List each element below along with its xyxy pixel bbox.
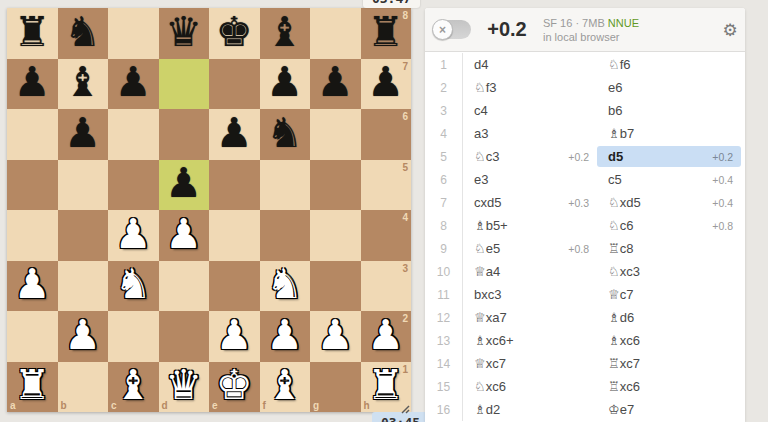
black-queen[interactable]: ♛ [165,12,202,53]
white-move-6[interactable]: e3 [463,169,597,190]
file-label-f: f [263,400,266,411]
square-f8[interactable]: ♝ [260,8,311,59]
move-number: 1 [425,53,463,76]
white-move-5[interactable]: ♘c3+0.2 [463,146,597,167]
file-label-e: e [212,400,218,411]
black-move-13[interactable]: ♗xc6 [597,330,741,351]
square-b3[interactable] [58,261,109,312]
move-eval: +0.4 [712,174,733,186]
black-rook[interactable]: ♜ [367,12,404,53]
black-rook[interactable]: ♜ [14,12,51,53]
square-c3[interactable]: ♞ [108,261,159,312]
move-number: 8 [425,214,463,237]
black-move-2[interactable]: e6 [597,77,741,98]
white-move-4[interactable]: a3 [463,123,597,144]
white-move-3[interactable]: c4 [463,100,597,121]
white-bishop[interactable]: ♝ [115,365,152,406]
square-b2[interactable]: ♟ [58,311,109,362]
move-number: 9 [425,237,463,260]
square-c7[interactable]: ♟ [108,59,159,110]
move-number: 6 [425,168,463,191]
white-move-16[interactable]: ♗d2 [463,399,597,420]
black-knight[interactable]: ♞ [266,113,303,154]
move-row-6: 6e3c5+0.4 [425,168,745,191]
square-a2[interactable] [7,311,58,362]
square-a6[interactable] [7,109,58,160]
move-text: ♖xc7 [608,356,640,371]
square-g3[interactable] [310,261,361,312]
move-text: ♘c6 [608,218,633,233]
engine-info: SF 16 · 7MB NNUE in local browser [543,16,715,44]
move-number: 7 [425,191,463,214]
move-number: 5 [425,145,463,168]
square-e3[interactable] [209,261,260,312]
square-d5[interactable]: ♟ [159,160,210,211]
move-list: 1d4♘f62♘f3e63c4b64a3♗b75♘c3+0.2d5+0.26e3… [425,53,745,422]
square-b8[interactable]: ♞ [58,8,109,59]
engine-toggle-knob[interactable]: × [432,19,453,40]
black-move-11[interactable]: ♕c7 [597,284,741,305]
move-text: ♕xa7 [474,310,507,325]
evaluation-score: +0.2 [471,18,543,41]
white-move-7[interactable]: cxd5+0.3 [463,192,597,213]
file-label-g: g [313,400,319,411]
square-a7[interactable]: ♟ [7,59,58,110]
square-f2[interactable]: ♟ [260,311,311,362]
white-move-15[interactable]: ♘xc6 [463,376,597,397]
black-move-14[interactable]: ♖xc7 [597,353,741,374]
move-row-12: 12♕xa7♗d6 [425,306,745,329]
black-move-5[interactable]: d5+0.2 [597,146,741,167]
move-row-2: 2♘f3e6 [425,76,745,99]
white-pawn[interactable]: ♟ [216,315,253,356]
engine-location: in local browser [543,30,715,44]
square-g2[interactable]: ♟ [310,311,361,362]
square-d3[interactable] [159,261,210,312]
black-pawn[interactable]: ♟ [14,62,51,103]
rank-label-4: 4 [402,212,408,223]
black-bishop[interactable]: ♝ [64,62,101,103]
move-text: ♘xc3 [608,264,640,279]
move-number: 13 [425,329,463,352]
black-move-7[interactable]: ♘xd5+0.4 [597,192,741,213]
square-c8[interactable] [108,8,159,59]
black-pawn[interactable]: ♟ [317,62,354,103]
rank-label-3: 3 [402,263,408,274]
file-label-h: h [364,400,370,411]
black-king[interactable]: ♚ [216,12,253,53]
white-pawn[interactable]: ♟ [115,214,152,255]
black-move-4[interactable]: ♗b7 [597,123,741,144]
move-row-13: 13♗xc6+♗xc6 [425,329,745,352]
move-text: bxc3 [474,287,501,302]
move-row-15: 15♘xc6♖xc6 [425,375,745,398]
engine-header: × +0.2 SF 16 · 7MB NNUE in local browser… [425,8,745,52]
move-text: ♗d2 [474,402,500,417]
move-text: ♗d6 [608,310,634,325]
move-text: ♕a4 [474,264,500,279]
white-move-8[interactable]: ♗b5+ [463,215,597,236]
square-g8[interactable] [310,8,361,59]
move-number: 2 [425,76,463,99]
move-number: 3 [425,99,463,122]
rank-label-6: 6 [402,111,408,122]
square-c2[interactable] [108,311,159,362]
move-row-9: 9♘e5+0.8♖c8 [425,237,745,260]
square-a8[interactable]: ♜ [7,8,58,59]
white-pawn[interactable]: ♟ [367,315,404,356]
rank-label-7: 7 [402,61,408,72]
file-label-c: c [111,400,117,411]
move-text: c5 [608,172,622,187]
white-pawn[interactable]: ♟ [64,315,101,356]
white-move-2[interactable]: ♘f3 [463,77,597,98]
square-e7[interactable] [209,59,260,110]
white-move-14[interactable]: ♕xc7 [463,353,597,374]
square-g6[interactable] [310,109,361,160]
square-g7[interactable]: ♟ [310,59,361,110]
move-text: e6 [608,80,622,95]
rank-label-8: 8 [402,10,408,21]
move-eval: +0.2 [568,151,589,163]
move-row-10: 10♕a4♘xc3 [425,260,745,283]
white-move-12[interactable]: ♕xa7 [463,307,597,328]
page: ♜♞♛♚♝♜♟♝♟♟♟♟♟♟♞♟♟♟♟♞♞♟♟♟♟♟♜♝♛♚♝♜abcdefgh… [0,0,768,422]
square-d6[interactable] [159,109,210,160]
move-text: ♗b7 [608,126,634,141]
square-e2[interactable]: ♟ [209,311,260,362]
white-king[interactable]: ♚ [216,365,253,406]
move-eval: +0.3 [568,197,589,209]
move-row-11: 11bxc3♕c7 [425,283,745,306]
move-text: ♘c3 [474,149,499,164]
black-move-16[interactable]: ♔e7 [597,399,741,420]
engine-name: SF 16 · 7MB [543,17,605,29]
square-d4[interactable]: ♟ [159,210,210,261]
move-number: 16 [425,398,463,421]
square-f1[interactable]: ♝ [260,362,311,413]
white-pawn[interactable]: ♟ [165,214,202,255]
white-move-10[interactable]: ♕a4 [463,261,597,282]
move-text: cxd5 [474,195,501,210]
move-text: ♘f3 [474,80,497,95]
move-text: ♘xc6 [474,379,506,394]
square-f7[interactable]: ♟ [260,59,311,110]
engine-toggle[interactable]: × [434,20,471,39]
black-pawn[interactable]: ♟ [266,62,303,103]
gear-icon[interactable]: ⚙ [715,20,745,40]
black-move-6[interactable]: c5+0.4 [597,169,741,190]
square-e6[interactable]: ♟ [209,109,260,160]
white-pawn[interactable]: ♟ [266,315,303,356]
move-row-8: 8♗b5+♘c6+0.8 [425,214,745,237]
move-eval: +0.8 [712,220,733,232]
white-pawn[interactable]: ♟ [14,264,51,305]
move-text: ♖c8 [608,241,633,256]
move-text: d5 [608,149,623,164]
move-row-4: 4a3♗b7 [425,122,745,145]
square-e4[interactable] [209,210,260,261]
file-label-a: a [10,400,16,411]
file-label-d: d [162,400,168,411]
move-text: a3 [474,126,488,141]
engine-panel: × +0.2 SF 16 · 7MB NNUE in local browser… [425,8,745,422]
black-move-9[interactable]: ♖c8 [597,238,741,259]
black-knight[interactable]: ♞ [64,12,101,53]
move-row-16: 16♗d2♔e7 [425,398,745,421]
square-f6[interactable]: ♞ [260,109,311,160]
white-pawn[interactable]: ♟ [317,315,354,356]
square-f4[interactable] [260,210,311,261]
move-text: ♘f6 [608,57,631,72]
white-move-1[interactable]: d4 [463,54,597,75]
move-text: ♕xc7 [474,356,506,371]
square-c6[interactable] [108,109,159,160]
nnue-badge: NNUE [608,17,639,29]
square-a3[interactable]: ♟ [7,261,58,312]
black-move-10[interactable]: ♘xc3 [597,261,741,282]
square-c4[interactable]: ♟ [108,210,159,261]
square-d2[interactable] [159,311,210,362]
white-move-9[interactable]: ♘e5+0.8 [463,238,597,259]
square-g5[interactable] [310,160,361,211]
square-e8[interactable]: ♚ [209,8,260,59]
square-d8[interactable]: ♛ [159,8,210,59]
black-pawn[interactable]: ♟ [367,62,404,103]
black-bishop[interactable]: ♝ [266,12,303,53]
board-resize-handle-icon[interactable] [399,400,410,411]
square-b6[interactable]: ♟ [58,109,109,160]
move-row-1: 1d4♘f6 [425,53,745,76]
white-rook[interactable]: ♜ [14,365,51,406]
black-pawn[interactable]: ♟ [216,113,253,154]
black-clock: 03:47 [363,0,420,8]
move-eval: +0.8 [568,243,589,255]
square-b5[interactable] [58,160,109,211]
move-text: e3 [474,172,488,187]
black-move-15[interactable]: ♖xc6 [597,376,741,397]
move-eval: +0.4 [712,197,733,209]
black-move-8[interactable]: ♘c6+0.8 [597,215,741,236]
move-text: ♗xc6+ [474,333,513,348]
black-move-3[interactable]: b6 [597,100,741,121]
move-number: 15 [425,375,463,398]
move-row-3: 3c4b6 [425,99,745,122]
white-bishop[interactable]: ♝ [266,365,303,406]
file-label-b: b [61,400,67,411]
rank-label-5: 5 [402,162,408,173]
white-queen[interactable]: ♛ [165,365,202,406]
black-move-12[interactable]: ♗d6 [597,307,741,328]
white-move-11[interactable]: bxc3 [463,284,597,305]
move-text: c4 [474,103,488,118]
chess-board[interactable]: ♜♞♛♚♝♜♟♝♟♟♟♟♟♟♞♟♟♟♟♞♞♟♟♟♟♟♜♝♛♚♝♜abcdefgh… [7,8,411,412]
move-number: 14 [425,352,463,375]
square-b7[interactable]: ♝ [58,59,109,110]
move-text: ♗b5+ [474,218,508,233]
black-move-1[interactable]: ♘f6 [597,54,741,75]
square-c5[interactable] [108,160,159,211]
move-row-7: 7cxd5+0.3♘xd5+0.4 [425,191,745,214]
square-g4[interactable] [310,210,361,261]
move-text: ♘xd5 [608,195,641,210]
close-icon: × [439,24,446,36]
move-number: 11 [425,283,463,306]
move-row-14: 14♕xc7♖xc7 [425,352,745,375]
white-move-13[interactable]: ♗xc6+ [463,330,597,351]
move-row-5: 5♘c3+0.2d5+0.2 [425,145,745,168]
rank-label-2: 2 [402,313,408,324]
move-number: 12 [425,306,463,329]
square-e5[interactable] [209,160,260,211]
move-text: ♖xc6 [608,379,640,394]
square-f3[interactable]: ♞ [260,261,311,312]
white-knight[interactable]: ♞ [115,264,152,305]
move-text: ♕c7 [608,287,633,302]
white-knight[interactable]: ♞ [266,264,303,305]
square-d7[interactable] [159,59,210,110]
move-number: 4 [425,122,463,145]
move-text: ♗xc6 [608,333,640,348]
move-text: ♔e7 [608,402,634,417]
square-f5[interactable] [260,160,311,211]
move-text: d4 [474,57,488,72]
move-text: b6 [608,103,622,118]
move-number: 10 [425,260,463,283]
move-text: ♘e5 [474,241,500,256]
rank-label-1: 1 [402,364,408,375]
move-eval: +0.2 [712,151,733,163]
square-a4[interactable] [7,210,58,261]
square-a5[interactable] [7,160,58,211]
square-b4[interactable] [58,210,109,261]
board-area: ♜♞♛♚♝♜♟♝♟♟♟♟♟♟♞♟♟♟♟♞♞♟♟♟♟♟♜♝♛♚♝♜abcdefgh… [7,8,411,412]
black-pawn[interactable]: ♟ [115,62,152,103]
black-pawn[interactable]: ♟ [165,163,202,204]
black-pawn[interactable]: ♟ [64,113,101,154]
